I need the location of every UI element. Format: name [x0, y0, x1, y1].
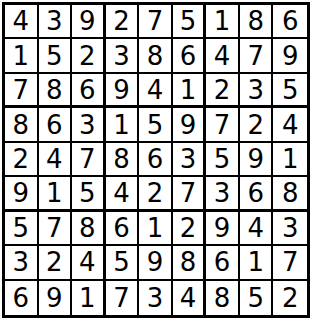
cell-r8c7[interactable]: 6	[206, 246, 240, 280]
cell-r8c1[interactable]: 3	[5, 246, 39, 280]
cell-r3c3[interactable]: 6	[72, 74, 106, 108]
cell-r3c6[interactable]: 1	[173, 74, 207, 108]
page: 4 3 9 2 7 5 1 8 6 1 5 2 3 8 6 4 7 9 7 8 …	[0, 0, 312, 320]
cell-r4c6[interactable]: 9	[173, 108, 207, 142]
cell-r1c8[interactable]: 8	[240, 5, 274, 39]
cell-r9c5[interactable]: 3	[139, 281, 173, 315]
cell-r1c9[interactable]: 6	[273, 5, 307, 39]
cell-r9c3[interactable]: 1	[72, 281, 106, 315]
cell-r8c9[interactable]: 7	[273, 246, 307, 280]
cell-r4c8[interactable]: 2	[240, 108, 274, 142]
cell-r6c6[interactable]: 7	[173, 177, 207, 211]
cell-r9c4[interactable]: 7	[106, 281, 140, 315]
cell-r7c6[interactable]: 2	[173, 212, 207, 246]
cell-r8c8[interactable]: 1	[240, 246, 274, 280]
cell-r7c5[interactable]: 1	[139, 212, 173, 246]
cell-r9c7[interactable]: 8	[206, 281, 240, 315]
cell-r5c8[interactable]: 9	[240, 143, 274, 177]
cell-r6c8[interactable]: 6	[240, 177, 274, 211]
cell-r5c7[interactable]: 5	[206, 143, 240, 177]
cell-r1c6[interactable]: 5	[173, 5, 207, 39]
cell-r2c8[interactable]: 7	[240, 39, 274, 73]
cell-r5c3[interactable]: 7	[72, 143, 106, 177]
cell-r1c3[interactable]: 9	[72, 5, 106, 39]
cell-r3c1[interactable]: 7	[5, 74, 39, 108]
cell-r5c1[interactable]: 2	[5, 143, 39, 177]
cell-r2c5[interactable]: 8	[139, 39, 173, 73]
cell-r4c2[interactable]: 6	[39, 108, 73, 142]
cell-r6c7[interactable]: 3	[206, 177, 240, 211]
cell-r1c5[interactable]: 7	[139, 5, 173, 39]
cell-r7c2[interactable]: 7	[39, 212, 73, 246]
cell-r3c2[interactable]: 8	[39, 74, 73, 108]
cell-r6c1[interactable]: 9	[5, 177, 39, 211]
cell-r9c1[interactable]: 6	[5, 281, 39, 315]
cell-r5c6[interactable]: 3	[173, 143, 207, 177]
cell-r2c4[interactable]: 3	[106, 39, 140, 73]
cell-r7c3[interactable]: 8	[72, 212, 106, 246]
cell-r1c2[interactable]: 3	[39, 5, 73, 39]
cell-r1c7[interactable]: 1	[206, 5, 240, 39]
cell-r5c2[interactable]: 4	[39, 143, 73, 177]
cell-r2c2[interactable]: 5	[39, 39, 73, 73]
cell-r9c8[interactable]: 5	[240, 281, 274, 315]
cell-r6c5[interactable]: 2	[139, 177, 173, 211]
cell-r5c9[interactable]: 1	[273, 143, 307, 177]
cell-r6c4[interactable]: 4	[106, 177, 140, 211]
cell-r8c6[interactable]: 8	[173, 246, 207, 280]
cell-r5c5[interactable]: 6	[139, 143, 173, 177]
cell-r7c1[interactable]: 5	[5, 212, 39, 246]
cell-r2c6[interactable]: 6	[173, 39, 207, 73]
cell-r8c3[interactable]: 4	[72, 246, 106, 280]
cell-r7c4[interactable]: 6	[106, 212, 140, 246]
cell-r2c3[interactable]: 2	[72, 39, 106, 73]
cell-r3c7[interactable]: 2	[206, 74, 240, 108]
cell-r9c9[interactable]: 2	[273, 281, 307, 315]
cell-r9c2[interactable]: 9	[39, 281, 73, 315]
cell-r4c7[interactable]: 7	[206, 108, 240, 142]
cell-r2c7[interactable]: 4	[206, 39, 240, 73]
cell-r6c3[interactable]: 5	[72, 177, 106, 211]
cell-r3c8[interactable]: 3	[240, 74, 274, 108]
cell-r4c4[interactable]: 1	[106, 108, 140, 142]
cell-r1c1[interactable]: 4	[5, 5, 39, 39]
cell-r6c9[interactable]: 8	[273, 177, 307, 211]
cell-r7c7[interactable]: 9	[206, 212, 240, 246]
cell-r6c2[interactable]: 1	[39, 177, 73, 211]
cell-r7c9[interactable]: 3	[273, 212, 307, 246]
cell-r3c9[interactable]: 5	[273, 74, 307, 108]
cell-r1c4[interactable]: 2	[106, 5, 140, 39]
cell-r7c8[interactable]: 4	[240, 212, 274, 246]
cell-r8c2[interactable]: 2	[39, 246, 73, 280]
cell-r4c3[interactable]: 3	[72, 108, 106, 142]
cell-r5c4[interactable]: 8	[106, 143, 140, 177]
cell-r8c5[interactable]: 9	[139, 246, 173, 280]
cell-r3c4[interactable]: 9	[106, 74, 140, 108]
cell-r9c6[interactable]: 4	[173, 281, 207, 315]
cell-r4c1[interactable]: 8	[5, 108, 39, 142]
cell-r3c5[interactable]: 4	[139, 74, 173, 108]
cell-r4c5[interactable]: 5	[139, 108, 173, 142]
cell-r4c9[interactable]: 4	[273, 108, 307, 142]
cell-r8c4[interactable]: 5	[106, 246, 140, 280]
sudoku-board: 4 3 9 2 7 5 1 8 6 1 5 2 3 8 6 4 7 9 7 8 …	[2, 2, 310, 318]
cell-r2c1[interactable]: 1	[5, 39, 39, 73]
cell-r2c9[interactable]: 9	[273, 39, 307, 73]
